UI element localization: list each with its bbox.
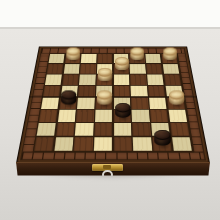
square-f2 [133,123,151,136]
square-d8 [97,54,112,63]
square-g3 [150,110,168,122]
square-h1 [172,137,192,151]
square-e5 [114,86,130,97]
square-g8 [145,54,161,63]
checker-piece [169,91,184,105]
checker-piece [115,103,130,118]
piece-top [97,68,111,77]
scene-3d [0,0,220,220]
square-c3 [76,110,94,122]
square-g5 [148,86,165,97]
piece-top [97,91,112,100]
checker-piece [114,57,128,70]
square-h6 [164,75,181,85]
checker-piece [131,47,144,60]
square-b7 [63,64,79,74]
square-a4 [41,97,59,108]
piece-top [61,91,76,100]
checker-piece [61,91,76,105]
square-f6 [130,75,146,85]
square-c4 [77,97,94,108]
square-d2 [94,123,112,136]
piece-top [163,47,176,55]
square-a2 [36,123,55,136]
square-f5 [131,86,148,97]
square-c1 [74,137,93,151]
checker-piece [97,68,111,81]
square-a3 [39,110,58,122]
square-c5 [78,86,95,97]
square-c8 [81,54,96,63]
square-g6 [147,75,164,85]
square-e2 [114,123,132,136]
square-g7 [146,64,162,74]
border-frame-bottom [21,152,204,160]
piece-top [154,130,170,140]
square-f7 [130,64,146,74]
board-front-edge [16,162,210,176]
square-h3 [168,110,187,122]
square-c7 [80,64,96,74]
square-a7 [47,64,64,74]
square-d1 [94,137,112,151]
square-b6 [62,75,79,85]
square-e1 [114,137,132,151]
square-g4 [149,97,167,108]
checkers-board [16,46,210,163]
square-h2 [170,123,189,136]
square-a1 [34,137,54,151]
square-b1 [54,137,74,151]
square-f1 [133,137,152,151]
piece-top [131,47,144,55]
square-b3 [58,110,76,122]
piece-top [115,103,130,112]
square-h7 [163,64,180,74]
board-grid [32,53,193,152]
square-a8 [48,54,64,63]
piece-top [66,47,79,55]
checker-piece [163,47,176,60]
product-photo [0,0,220,220]
square-b2 [56,123,75,136]
square-c2 [75,123,93,136]
checker-piece [66,47,79,60]
square-f3 [132,110,150,122]
square-a6 [45,75,62,85]
square-e6 [114,75,130,85]
piece-top [114,57,128,65]
square-f4 [131,97,148,108]
square-d3 [95,110,112,122]
piece-top [169,91,184,100]
checker-piece [97,91,112,105]
square-c6 [79,75,95,85]
checker-piece [154,130,170,146]
square-a5 [43,86,61,97]
